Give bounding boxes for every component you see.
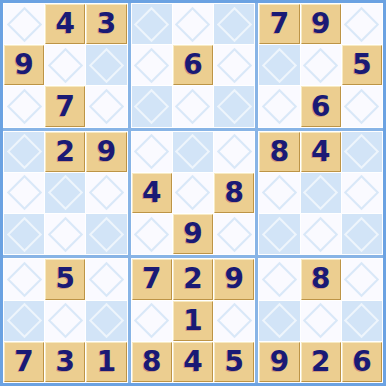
diamond-icon [262,217,297,252]
cell-r9c1: 7 [4,342,44,382]
given-digit: 4 [311,138,330,166]
cell-r7c7[interactable] [259,259,299,299]
cell-r6c4[interactable] [132,214,172,254]
given-digit: 8 [224,179,243,207]
diamond-icon [89,175,124,210]
diamond-icon [6,89,41,124]
diamond-icon [217,217,252,252]
given-digit: 8 [142,348,161,376]
cell-r6c6[interactable] [214,214,254,254]
diamond-icon [48,175,83,210]
cell-r6c1[interactable] [4,214,44,254]
cell-r6c7[interactable] [259,214,299,254]
diamond-icon [134,6,169,41]
cell-r4c9[interactable] [342,132,382,172]
cell-r5c6: 8 [214,173,254,213]
cell-r7c9[interactable] [342,259,382,299]
given-digit: 9 [183,220,202,248]
cell-r1c1[interactable] [4,4,44,44]
box-r3c3: 8926 [258,258,383,383]
diamond-icon [134,89,169,124]
cell-r2c8[interactable] [301,45,341,85]
diamond-icon [303,175,338,210]
diamond-icon [217,48,252,83]
cell-r5c2[interactable] [45,173,85,213]
cell-r7c2: 5 [45,259,85,299]
diamond-icon [303,303,338,338]
cell-r4c7: 8 [259,132,299,172]
cell-r9c8: 2 [301,342,341,382]
diamond-icon [89,217,124,252]
diamond-icon [262,262,297,297]
given-digit: 2 [56,138,75,166]
diamond-icon [175,175,210,210]
diamond-icon [89,89,124,124]
diamond-icon [134,303,169,338]
cell-r1c9[interactable] [342,4,382,44]
box-r1c1: 4397 [3,3,128,128]
diamond-icon [6,134,41,169]
cell-r3c6[interactable] [214,86,254,126]
cell-r5c1[interactable] [4,173,44,213]
diamond-icon [134,134,169,169]
given-digit: 4 [183,348,202,376]
given-digit: 6 [183,51,202,79]
cell-r8c2[interactable] [45,301,85,341]
cell-r6c8[interactable] [301,214,341,254]
diamond-icon [344,262,379,297]
diamond-icon [217,89,252,124]
cell-r1c7: 7 [259,4,299,44]
diamond-icon [48,303,83,338]
cell-r8c9[interactable] [342,301,382,341]
cell-r8c7[interactable] [259,301,299,341]
diamond-icon [262,89,297,124]
cell-r3c5[interactable] [173,86,213,126]
given-digit: 4 [142,179,161,207]
cell-r7c6: 9 [214,259,254,299]
cell-r9c2: 3 [45,342,85,382]
cell-r9c3: 1 [86,342,126,382]
diamond-icon [303,48,338,83]
cell-r8c3[interactable] [86,301,126,341]
cell-r2c6[interactable] [214,45,254,85]
given-digit: 4 [56,10,75,38]
diamond-icon [6,262,41,297]
cell-r2c9: 5 [342,45,382,85]
given-digit: 8 [311,265,330,293]
cell-r3c2: 7 [45,86,85,126]
cell-r9c5: 4 [173,342,213,382]
diamond-icon [89,303,124,338]
box-r2c2: 489 [131,131,256,256]
given-digit: 3 [97,10,116,38]
cell-r1c6[interactable] [214,4,254,44]
cell-r5c4: 4 [132,173,172,213]
given-digit: 5 [56,265,75,293]
diamond-icon [134,217,169,252]
sudoku-board: 4397679562948984573172918458926 [0,0,386,386]
box-r2c1: 29 [3,131,128,256]
cell-r3c1[interactable] [4,86,44,126]
cell-r2c5: 6 [173,45,213,85]
diamond-icon [262,175,297,210]
diamond-icon [6,217,41,252]
given-digit: 9 [97,138,116,166]
given-digit: 2 [311,348,330,376]
cell-r7c5: 2 [173,259,213,299]
cell-r9c7: 9 [259,342,299,382]
diamond-icon [89,48,124,83]
cell-r7c8: 8 [301,259,341,299]
given-digit: 1 [97,348,116,376]
cell-r9c6: 5 [214,342,254,382]
cell-r5c8[interactable] [301,173,341,213]
cell-r4c4[interactable] [132,132,172,172]
cell-r8c4[interactable] [132,301,172,341]
cell-r4c5[interactable] [173,132,213,172]
diamond-icon [217,6,252,41]
diamond-icon [48,217,83,252]
diamond-icon [89,262,124,297]
given-digit: 9 [270,348,289,376]
given-digit: 5 [224,348,243,376]
given-digit: 9 [311,10,330,38]
given-digit: 8 [270,138,289,166]
given-digit: 7 [142,265,161,293]
given-digit: 7 [270,10,289,38]
cell-r3c3[interactable] [86,86,126,126]
cell-r5c5[interactable] [173,173,213,213]
box-r1c3: 7956 [258,3,383,128]
diamond-icon [262,303,297,338]
diamond-icon [303,217,338,252]
diamond-icon [6,175,41,210]
box-r3c2: 7291845 [131,258,256,383]
cell-r5c7[interactable] [259,173,299,213]
cell-r1c2: 4 [45,4,85,44]
diamond-icon [344,6,379,41]
given-digit: 6 [311,93,330,121]
cell-r3c7[interactable] [259,86,299,126]
diamond-icon [217,303,252,338]
cell-r5c9[interactable] [342,173,382,213]
cell-r4c2: 2 [45,132,85,172]
cell-r1c5[interactable] [173,4,213,44]
cell-r6c2[interactable] [45,214,85,254]
cell-r2c1: 9 [4,45,44,85]
diamond-icon [217,134,252,169]
box-r1c2: 6 [131,3,256,128]
diamond-icon [134,48,169,83]
given-digit: 7 [56,93,75,121]
cell-r8c8[interactable] [301,301,341,341]
cell-r7c1[interactable] [4,259,44,299]
cell-r2c3[interactable] [86,45,126,85]
given-digit: 2 [183,265,202,293]
box-r2c3: 84 [258,131,383,256]
cell-r9c4: 8 [132,342,172,382]
given-digit: 5 [352,51,371,79]
cell-r3c9[interactable] [342,86,382,126]
given-digit: 9 [224,265,243,293]
cell-r2c4[interactable] [132,45,172,85]
cell-r9c9: 6 [342,342,382,382]
diamond-icon [48,48,83,83]
cell-r7c3[interactable] [86,259,126,299]
cell-r1c3: 3 [86,4,126,44]
given-digit: 7 [14,348,33,376]
diamond-icon [344,303,379,338]
cell-r6c3[interactable] [86,214,126,254]
given-digit: 1 [183,307,202,335]
cell-r2c7[interactable] [259,45,299,85]
box-r3c1: 5731 [3,258,128,383]
cell-r3c8: 6 [301,86,341,126]
cell-r2c2[interactable] [45,45,85,85]
given-digit: 6 [352,348,371,376]
given-digit: 3 [56,348,75,376]
cell-r6c5: 9 [173,214,213,254]
cell-r4c6[interactable] [214,132,254,172]
diamond-icon [175,89,210,124]
cell-r8c1[interactable] [4,301,44,341]
cell-r4c1[interactable] [4,132,44,172]
cell-r4c3: 9 [86,132,126,172]
diamond-icon [344,89,379,124]
cell-r8c6[interactable] [214,301,254,341]
given-digit: 9 [14,51,33,79]
cell-r4c8: 4 [301,132,341,172]
cell-r8c5: 1 [173,301,213,341]
diamond-icon [344,134,379,169]
cell-r6c9[interactable] [342,214,382,254]
diamond-icon [6,303,41,338]
cell-r5c3[interactable] [86,173,126,213]
cell-r3c4[interactable] [132,86,172,126]
cell-r1c8: 9 [301,4,341,44]
diamond-icon [344,217,379,252]
diamond-icon [344,175,379,210]
diamond-icon [175,134,210,169]
diamond-icon [175,6,210,41]
cell-r7c4: 7 [132,259,172,299]
diamond-icon [262,48,297,83]
diamond-icon [6,6,41,41]
cell-r1c4[interactable] [132,4,172,44]
